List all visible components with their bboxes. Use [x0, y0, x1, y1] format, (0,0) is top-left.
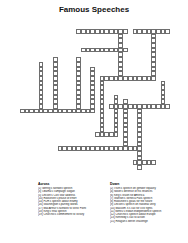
crossword-grid [20, 29, 175, 170]
clue-section: Across [1] Gehrig's farewell speech[3] O… [0, 182, 188, 223]
down-clue-list: [2] Truth's speech on gender equality[4]… [110, 187, 188, 223]
page-title: Famous Speeches [0, 5, 188, 14]
down-heading: Down [110, 182, 188, 186]
across-clue-list: [1] Gehrig's farewell speech[3] Obama's … [38, 187, 110, 216]
across-clues: Across [1] Gehrig's farewell speech[3] O… [38, 182, 110, 223]
across-clue-item: [19] Churchill's commitment to victory [38, 213, 110, 216]
across-heading: Across [38, 182, 110, 186]
down-clues: Down [2] Truth's speech on gender equali… [110, 182, 188, 223]
grid-void [170, 165, 175, 170]
down-clue-item: [15] Reagan's Berlin challenge [110, 220, 188, 223]
